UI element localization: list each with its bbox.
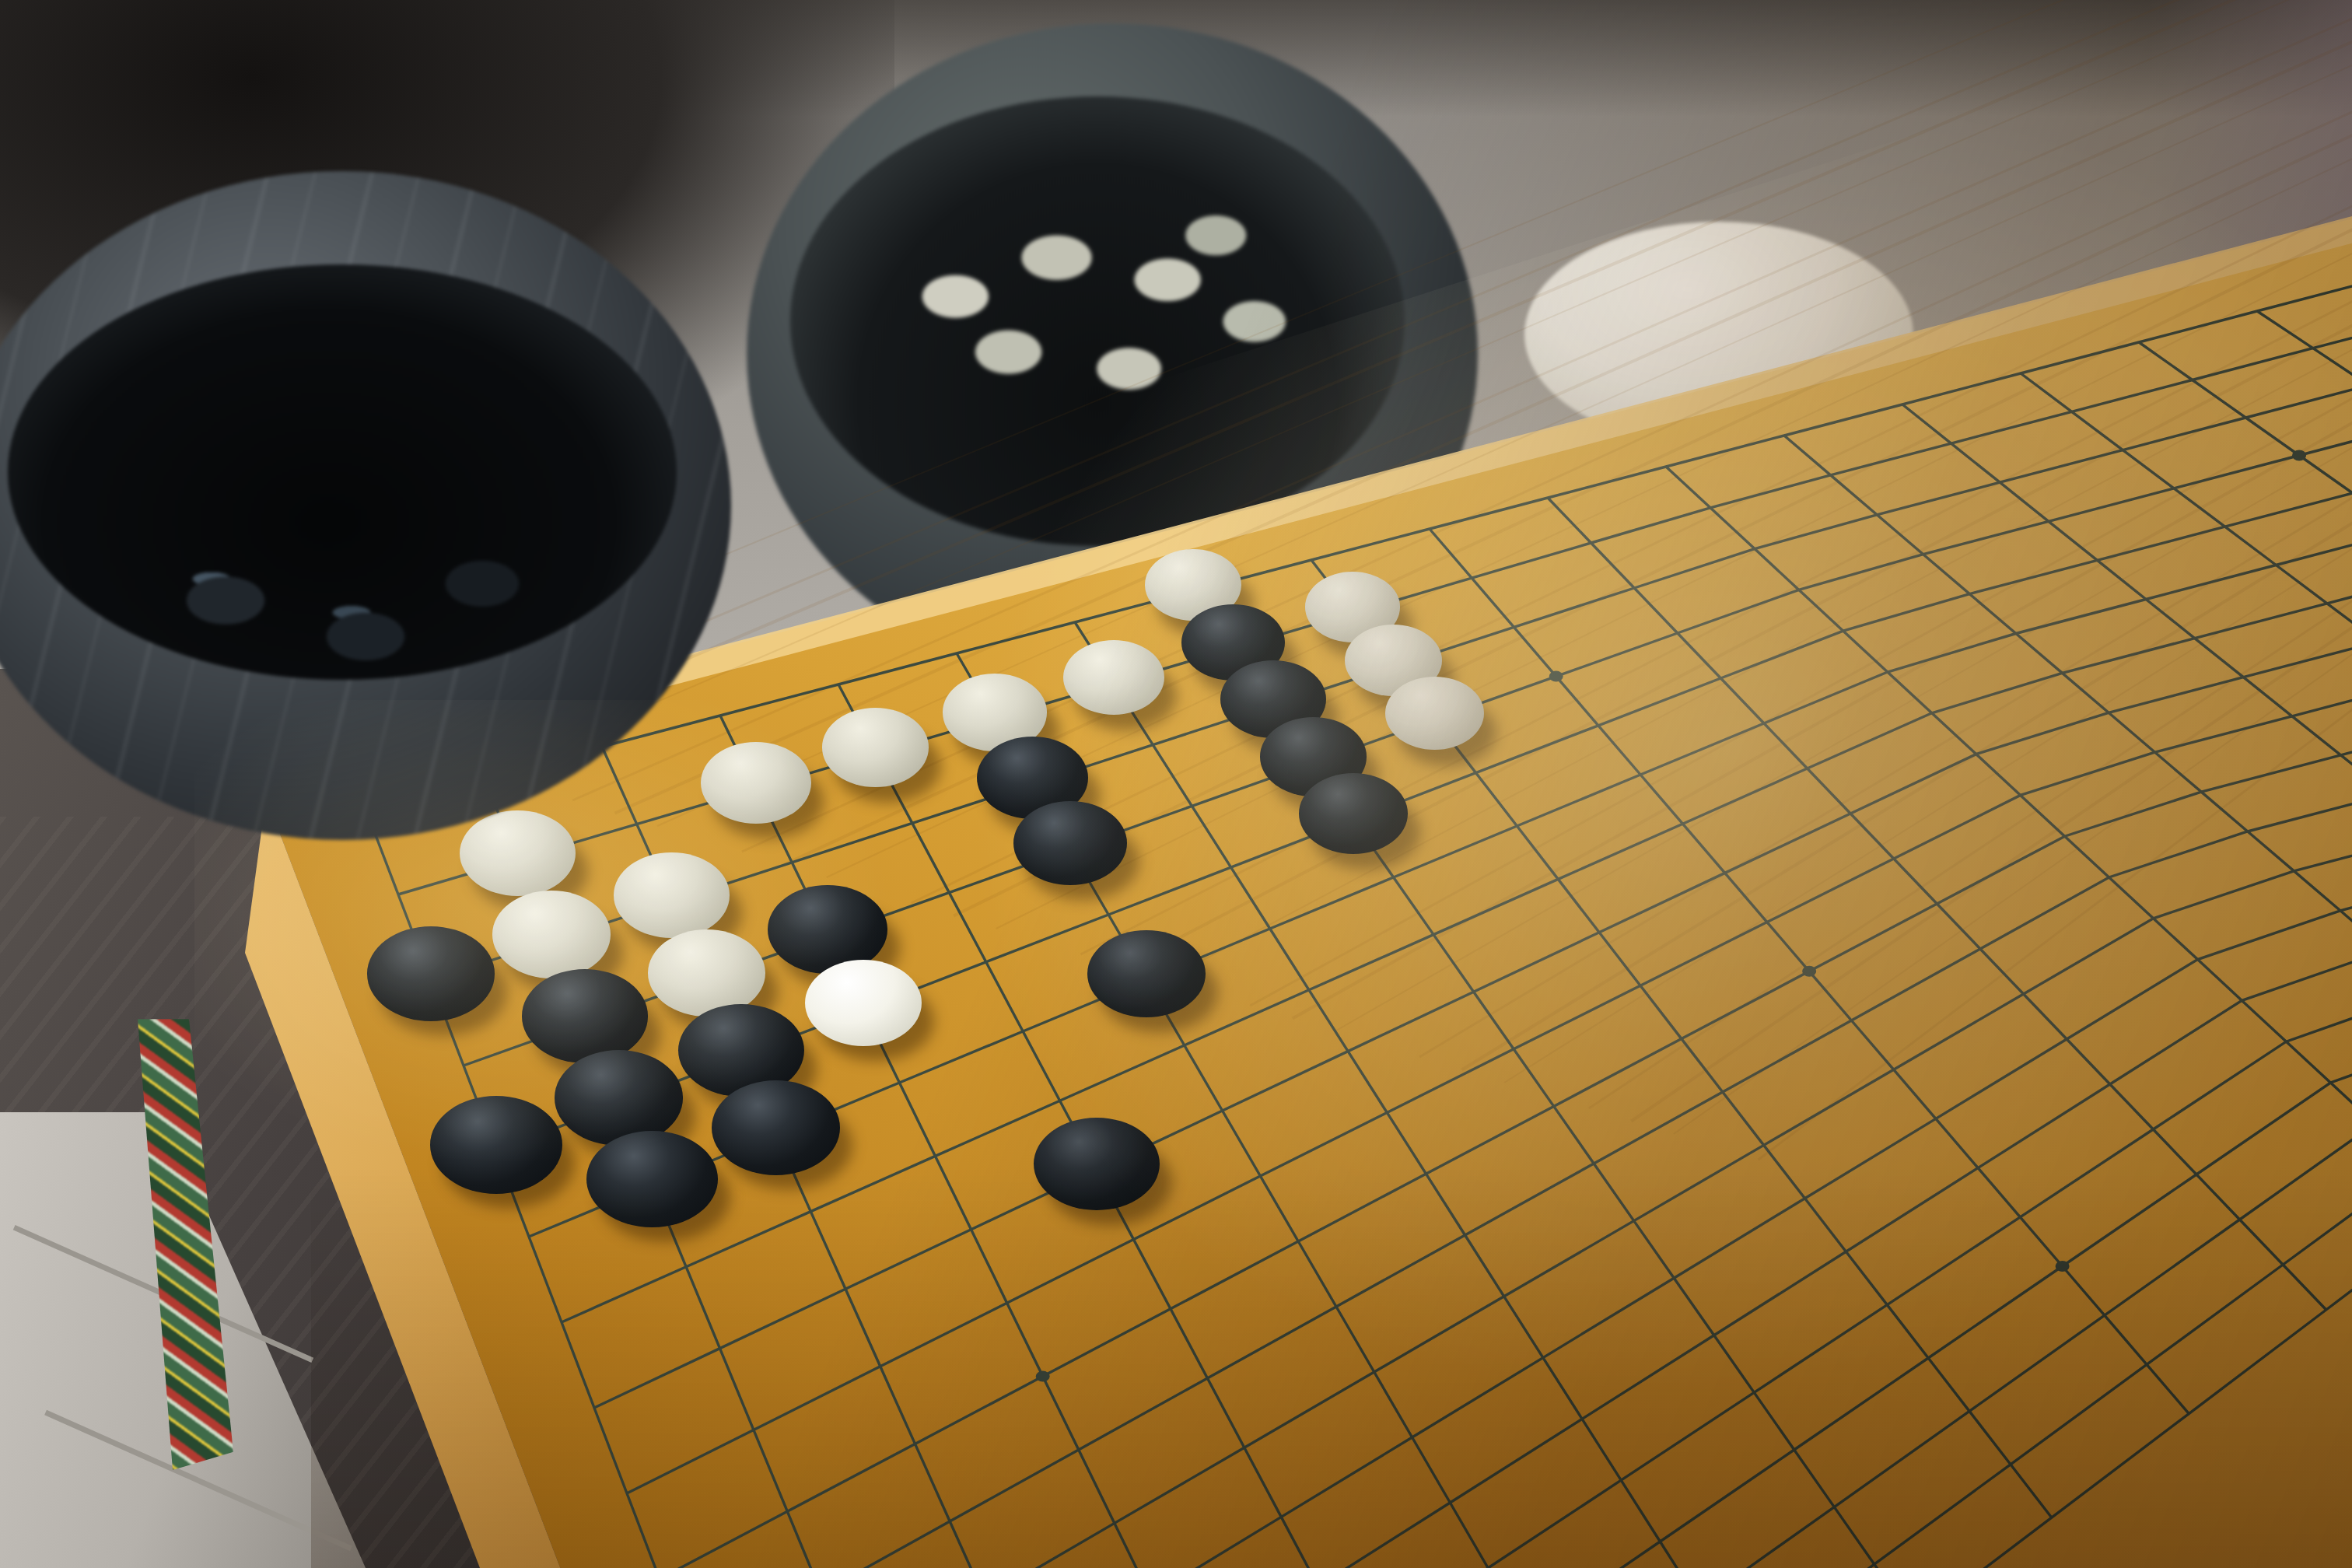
- bottom-shadow: [311, 1167, 2352, 1568]
- photo-scene: [0, 0, 2352, 1568]
